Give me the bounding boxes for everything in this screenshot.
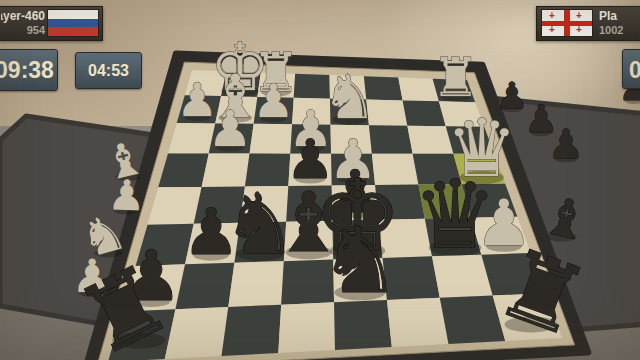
russia-flag-icon (47, 9, 99, 37)
piece-black-queen-b6[interactable]: ♛ (413, 160, 497, 269)
player-name: Player-460 (1, 9, 45, 23)
square-f8[interactable] (222, 305, 282, 356)
player-panel-opponent: Player-460 954 (0, 6, 103, 41)
game-screen: ♝♟♞♟♟♟♟♟♝♜♜♚♞♟♝♟♟♟♛♟♟♟♟♛♚♝♞♟♞♟♜♜ Player-… (0, 0, 640, 360)
piece-white-rook-a1[interactable]: ♜ (432, 46, 480, 109)
captured-black-pawn: ♟ (548, 121, 584, 167)
player-name: Pla (599, 9, 617, 23)
cross-bar-icon (564, 10, 570, 36)
player-rating: 954 (1, 24, 45, 36)
bolnur-cross-icon: + (549, 25, 555, 35)
piece-black-knight-d7[interactable]: ♞ (319, 207, 401, 314)
piece-white-pawn-g3[interactable]: ♟ (208, 100, 253, 158)
main-clock-right: 0 (622, 49, 640, 89)
player-rating: 1002 (599, 24, 623, 36)
bolnur-cross-icon: + (576, 11, 582, 21)
secondary-clock-left: 04:53 (75, 52, 142, 89)
main-clock-left: 09:38 (0, 49, 58, 91)
georgia-flag-icon: + + + + (541, 9, 593, 37)
bolnur-cross-icon: + (576, 25, 582, 35)
player-panel-self: + + + + Pla 1002 (536, 6, 640, 41)
bolnur-cross-icon: + (549, 11, 555, 21)
piece-black-pawn-g6[interactable]: ♟ (182, 195, 239, 269)
